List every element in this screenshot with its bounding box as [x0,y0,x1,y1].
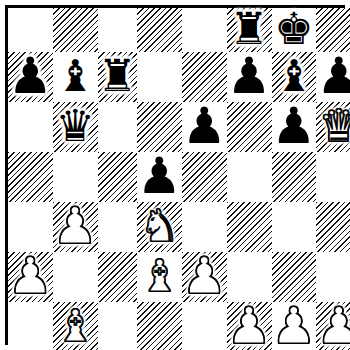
square-c2[interactable] [98,302,137,350]
square-f5[interactable] [227,152,272,202]
square-b8[interactable] [53,8,98,52]
square-e5[interactable] [182,152,227,202]
square-g6[interactable]: ♟ [272,102,317,152]
square-e2[interactable] [182,302,227,350]
square-e8[interactable] [182,8,227,52]
square-g5[interactable] [272,152,317,202]
black-bishop-icon[interactable]: ♝ [274,54,313,98]
white-queen-icon[interactable]: ♛ [319,104,350,148]
square-h2[interactable]: ♟ [316,302,350,350]
square-d2[interactable] [137,302,182,350]
white-pawn-icon[interactable]: ♟ [227,301,272,350]
square-c8[interactable] [98,8,137,52]
square-h3[interactable] [316,252,350,302]
square-g2[interactable]: ♟ [272,302,317,350]
black-rook-icon[interactable]: ♜ [229,7,268,51]
black-pawn-icon[interactable]: ♟ [227,51,272,101]
square-e7[interactable] [182,52,227,102]
square-b6[interactable]: ♛ [53,102,98,152]
square-b3[interactable] [53,252,98,302]
square-f8[interactable]: ♜ [227,8,272,52]
black-pawn-icon[interactable]: ♟ [182,101,227,151]
white-pawn-icon[interactable]: ♟ [8,251,53,301]
white-pawn-icon[interactable]: ♟ [182,251,227,301]
square-a3[interactable]: ♟ [8,252,53,302]
square-c7[interactable]: ♜ [98,52,137,102]
square-g8[interactable]: ♚ [272,8,317,52]
white-knight-icon[interactable]: ♞ [140,204,179,248]
square-b7[interactable]: ♝ [53,52,98,102]
square-g3[interactable] [272,252,317,302]
chess-board: ♜♚♟♝♜♟♝♟♛♟♟♛♟♟♞♟♝♟♝♟♟♟♜♚ [8,8,342,342]
black-pawn-icon[interactable]: ♟ [8,51,53,101]
white-pawn-icon[interactable]: ♟ [53,201,98,251]
square-f3[interactable] [227,252,272,302]
black-rook-icon[interactable]: ♜ [98,54,137,98]
square-a6[interactable] [8,102,53,152]
square-a2[interactable] [8,302,53,350]
square-h8[interactable] [316,8,350,52]
square-f2[interactable]: ♟ [227,302,272,350]
white-bishop-icon[interactable]: ♝ [140,254,179,298]
square-e4[interactable] [182,202,227,252]
square-a8[interactable] [8,8,53,52]
square-e6[interactable]: ♟ [182,102,227,152]
square-h5[interactable] [316,152,350,202]
square-h4[interactable] [316,202,350,252]
square-f7[interactable]: ♟ [227,52,272,102]
square-c3[interactable] [98,252,137,302]
black-bishop-icon[interactable]: ♝ [56,54,95,98]
square-b5[interactable] [53,152,98,202]
square-c5[interactable] [98,152,137,202]
black-pawn-icon[interactable]: ♟ [137,151,182,201]
square-b2[interactable]: ♝ [53,302,98,350]
square-h6[interactable]: ♛ [316,102,350,152]
white-bishop-icon[interactable]: ♝ [56,304,95,348]
square-d3[interactable]: ♝ [137,252,182,302]
square-a5[interactable] [8,152,53,202]
black-pawn-icon[interactable]: ♟ [272,101,317,151]
square-f6[interactable] [227,102,272,152]
square-d6[interactable] [137,102,182,152]
square-a4[interactable] [8,202,53,252]
square-g4[interactable] [272,202,317,252]
square-d4[interactable]: ♞ [137,202,182,252]
square-c6[interactable] [98,102,137,152]
white-pawn-icon[interactable]: ♟ [316,301,350,350]
white-pawn-icon[interactable]: ♟ [272,301,317,350]
black-queen-icon[interactable]: ♛ [56,104,95,148]
square-e3[interactable]: ♟ [182,252,227,302]
square-d8[interactable] [137,8,182,52]
square-f4[interactable] [227,202,272,252]
black-pawn-icon[interactable]: ♟ [316,51,350,101]
square-b4[interactable]: ♟ [53,202,98,252]
screenshot-root: ♜♚♟♝♜♟♝♟♛♟♟♛♟♟♞♟♝♟♝♟♟♟♜♚ [0,0,350,350]
square-c4[interactable] [98,202,137,252]
board-frame: ♜♚♟♝♜♟♝♟♛♟♟♛♟♟♞♟♝♟♝♟♟♟♜♚ [5,5,345,345]
square-a7[interactable]: ♟ [8,52,53,102]
square-g7[interactable]: ♝ [272,52,317,102]
square-d7[interactable] [137,52,182,102]
square-h7[interactable]: ♟ [316,52,350,102]
square-d5[interactable]: ♟ [137,152,182,202]
black-king-icon[interactable]: ♚ [274,7,313,51]
